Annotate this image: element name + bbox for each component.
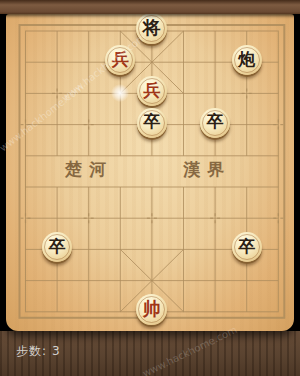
- step-counter: 步数:3: [16, 343, 61, 360]
- piece-black-cannon[interactable]: 炮: [232, 45, 262, 75]
- piece-character: 卒: [207, 113, 224, 130]
- step-counter-label: 步数:: [16, 344, 47, 358]
- bottom-bar: 步数:3: [0, 331, 300, 376]
- piece-red-soldier[interactable]: 兵: [137, 76, 167, 106]
- piece-black-soldier[interactable]: 卒: [42, 232, 72, 262]
- piece-character: 炮: [238, 51, 255, 68]
- xiangqi-board[interactable]: 楚河 漢界 将兵炮兵卒卒卒卒帅: [6, 14, 294, 331]
- piece-character: 兵: [143, 82, 160, 99]
- piece-layer: 将兵炮兵卒卒卒卒帅: [10, 15, 294, 327]
- piece-character: 卒: [143, 113, 160, 130]
- top-bar: [0, 0, 300, 14]
- last-move-origin-marker: [111, 84, 129, 102]
- piece-character: 将: [143, 19, 161, 37]
- piece-character: 卒: [238, 238, 255, 255]
- piece-black-soldier[interactable]: 卒: [200, 108, 230, 138]
- piece-black-soldier[interactable]: 卒: [232, 232, 262, 262]
- piece-red-general[interactable]: 帅: [136, 294, 167, 325]
- piece-black-general[interactable]: 将: [136, 13, 167, 44]
- piece-character: 兵: [112, 51, 129, 68]
- piece-red-soldier[interactable]: 兵: [105, 45, 135, 75]
- piece-black-soldier[interactable]: 卒: [137, 108, 167, 138]
- piece-character: 帅: [143, 300, 161, 318]
- piece-character: 卒: [49, 238, 66, 255]
- step-counter-value: 3: [52, 344, 61, 358]
